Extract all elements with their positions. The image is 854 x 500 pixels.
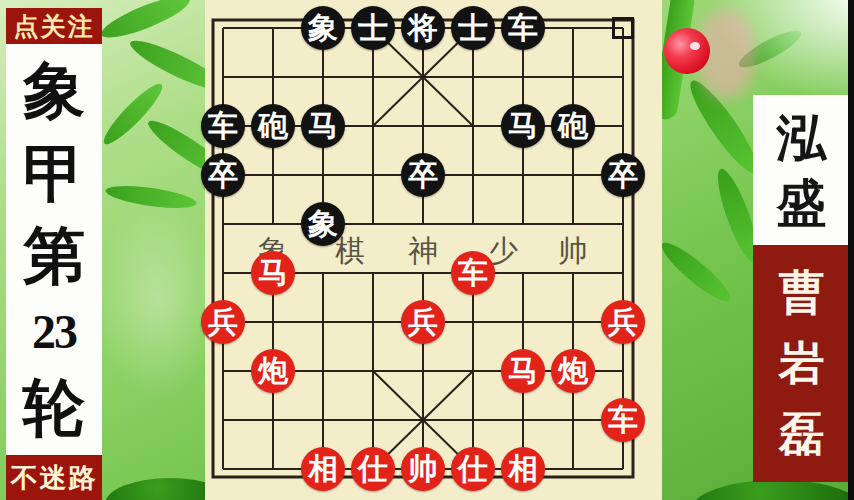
no-lost-badge[interactable]: 不迷路 (6, 455, 102, 500)
piece-black-cannon[interactable]: 砲 (551, 104, 595, 148)
piece-black-horse[interactable]: 马 (501, 104, 545, 148)
title-char: 象 (23, 60, 85, 122)
follow-badge[interactable]: 点关注 (6, 8, 102, 44)
flower-highlight (690, 42, 700, 50)
right-edge-strip (848, 0, 854, 500)
piece-black-advisor[interactable]: 士 (351, 6, 395, 50)
faint-watermark-art (95, 200, 220, 400)
title-char: 轮 (23, 377, 85, 439)
piece-black-cannon[interactable]: 砲 (251, 104, 295, 148)
piece-black-chariot[interactable]: 车 (201, 104, 245, 148)
piece-black-elephant[interactable]: 象 (301, 6, 345, 50)
piece-red-elephant[interactable]: 相 (501, 447, 545, 491)
piece-black-soldier[interactable]: 卒 (601, 153, 645, 197)
piece-red-general[interactable]: 帅 (401, 447, 445, 491)
team-name-char: 泓 (777, 113, 827, 163)
piece-red-elephant[interactable]: 相 (301, 447, 345, 491)
piece-red-soldier[interactable]: 兵 (601, 300, 645, 344)
piece-red-soldier[interactable]: 兵 (201, 300, 245, 344)
player-name-char: 曹 (779, 270, 825, 316)
piece-black-general[interactable]: 将 (401, 6, 445, 50)
bamboo-leaf (98, 78, 168, 149)
team-name-char: 盛 (777, 178, 827, 228)
team-name-box: 泓 盛 (753, 95, 850, 245)
event-title: 象 甲 第 23 轮 (6, 44, 102, 455)
red-flower (664, 28, 710, 74)
no-lost-badge-label: 不迷路 (11, 460, 98, 496)
watermark-char: 神 (408, 231, 438, 272)
watermark-char: 帅 (558, 231, 588, 272)
player-name-box: 曹 岩 磊 (753, 245, 850, 482)
thumbnail-root: 象 棋 神 少 帅 象士将士车车砲马马砲卒卒卒象马车兵兵兵炮马炮车相仕帅仕相 点… (0, 0, 854, 500)
player-name-char: 磊 (779, 412, 825, 458)
piece-red-chariot[interactable]: 车 (451, 251, 495, 295)
bracket-corner (537, 42, 550, 55)
title-char: 甲 (23, 143, 85, 205)
piece-red-advisor[interactable]: 仕 (351, 447, 395, 491)
bamboo-leaf (656, 236, 736, 308)
piece-black-soldier[interactable]: 卒 (401, 153, 445, 197)
player-name-char: 岩 (779, 341, 825, 387)
piece-red-cannon[interactable]: 炮 (551, 349, 595, 393)
piece-red-horse[interactable]: 马 (251, 251, 295, 295)
piece-black-advisor[interactable]: 士 (451, 6, 495, 50)
piece-black-soldier[interactable]: 卒 (201, 153, 245, 197)
piece-red-cannon[interactable]: 炮 (251, 349, 295, 393)
piece-black-chariot[interactable]: 车 (501, 6, 545, 50)
follow-badge-label: 点关注 (14, 10, 95, 43)
piece-red-advisor[interactable]: 仕 (451, 447, 495, 491)
piece-red-horse[interactable]: 马 (501, 349, 545, 393)
piece-black-horse[interactable]: 马 (301, 104, 345, 148)
piece-black-elephant[interactable]: 象 (301, 202, 345, 246)
title-char: 第 (23, 225, 85, 287)
right-panel: 泓 盛 曹 岩 磊 (753, 0, 850, 500)
bamboo-leaf (97, 0, 193, 45)
piece-red-chariot[interactable]: 车 (601, 398, 645, 442)
last-move-from-marker (612, 17, 634, 39)
left-panel: 点关注 象 甲 第 23 轮 不迷路 (6, 0, 102, 500)
title-round-number: 23 (32, 308, 76, 356)
piece-red-soldier[interactable]: 兵 (401, 300, 445, 344)
xiangqi-board[interactable]: 象 棋 神 少 帅 象士将士车车砲马马砲卒卒卒象马车兵兵兵炮马炮车相仕帅仕相 (205, 0, 662, 500)
